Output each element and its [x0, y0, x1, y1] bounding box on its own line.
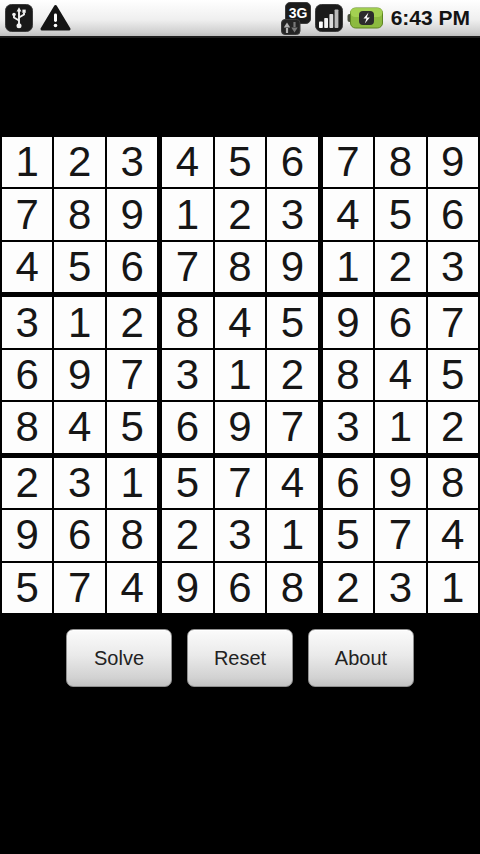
- status-bar: 3G 6:43 PM: [0, 0, 480, 38]
- sudoku-cell-r3c2[interactable]: 5: [54, 242, 104, 292]
- battery-charging-icon: [347, 7, 383, 29]
- sudoku-cell-r9c2[interactable]: 7: [54, 563, 104, 613]
- sudoku-cell-r4c4[interactable]: 8: [162, 297, 212, 347]
- clock: 6:43 PM: [391, 6, 470, 30]
- sudoku-cell-r1c7[interactable]: 7: [323, 137, 373, 187]
- signal-strength-icon: [315, 4, 343, 32]
- 3g-label: 3G: [288, 5, 307, 21]
- sudoku-cell-r6c5[interactable]: 9: [215, 402, 265, 452]
- button-row: Solve Reset About: [0, 629, 480, 687]
- sudoku-cell-r1c2[interactable]: 2: [54, 137, 104, 187]
- sudoku-cell-r9c1[interactable]: 5: [2, 563, 52, 613]
- sudoku-cell-r9c6[interactable]: 8: [267, 563, 317, 613]
- phone-screen: 3G 6:43 PM: [0, 0, 480, 854]
- sudoku-cell-r1c5[interactable]: 5: [215, 137, 265, 187]
- sudoku-cell-r6c9[interactable]: 2: [428, 402, 478, 452]
- sudoku-cell-r1c4[interactable]: 4: [162, 137, 212, 187]
- status-bar-system: 3G 6:43 PM: [281, 2, 475, 35]
- sudoku-cell-r4c2[interactable]: 1: [54, 297, 104, 347]
- sudoku-cell-r7c7[interactable]: 6: [323, 458, 373, 508]
- sudoku-cell-r2c7[interactable]: 4: [323, 189, 373, 239]
- sudoku-cell-r1c8[interactable]: 8: [375, 137, 425, 187]
- sudoku-cell-r2c1[interactable]: 7: [2, 189, 52, 239]
- sudoku-cell-r2c4[interactable]: 1: [162, 189, 212, 239]
- sudoku-cell-r8c6[interactable]: 1: [267, 510, 317, 560]
- sudoku-cell-r3c5[interactable]: 8: [215, 242, 265, 292]
- sudoku-cell-r5c5[interactable]: 1: [215, 350, 265, 400]
- sudoku-cell-r9c8[interactable]: 3: [375, 563, 425, 613]
- sudoku-cell-r8c5[interactable]: 3: [215, 510, 265, 560]
- sudoku-cell-r4c9[interactable]: 7: [428, 297, 478, 347]
- sudoku-cell-r5c2[interactable]: 9: [54, 350, 104, 400]
- sudoku-cell-r4c3[interactable]: 2: [107, 297, 157, 347]
- sudoku-cell-r7c5[interactable]: 7: [215, 458, 265, 508]
- sudoku-cell-r5c7[interactable]: 8: [323, 350, 373, 400]
- sudoku-cell-r9c7[interactable]: 2: [323, 563, 373, 613]
- sudoku-board: 123789456 456123789 789456123 312697845 …: [0, 135, 480, 615]
- sudoku-cell-r6c7[interactable]: 3: [323, 402, 373, 452]
- sudoku-cell-r9c4[interactable]: 9: [162, 563, 212, 613]
- status-bar-notifications: [5, 4, 71, 32]
- sudoku-cell-r7c1[interactable]: 2: [2, 458, 52, 508]
- sudoku-cell-r3c4[interactable]: 7: [162, 242, 212, 292]
- sudoku-box: 967845312: [323, 297, 478, 452]
- sudoku-cell-r6c8[interactable]: 1: [375, 402, 425, 452]
- sudoku-cell-r8c3[interactable]: 8: [107, 510, 157, 560]
- sudoku-cell-r2c3[interactable]: 9: [107, 189, 157, 239]
- sudoku-cell-r6c4[interactable]: 6: [162, 402, 212, 452]
- sudoku-cell-r6c3[interactable]: 5: [107, 402, 157, 452]
- sudoku-cell-r3c1[interactable]: 4: [2, 242, 52, 292]
- sudoku-cell-r8c4[interactable]: 2: [162, 510, 212, 560]
- sudoku-cell-r6c6[interactable]: 7: [267, 402, 317, 452]
- sudoku-cell-r2c9[interactable]: 6: [428, 189, 478, 239]
- about-button[interactable]: About: [308, 629, 414, 687]
- sudoku-cell-r4c5[interactable]: 4: [215, 297, 265, 347]
- sudoku-cell-r6c2[interactable]: 4: [54, 402, 104, 452]
- solve-button[interactable]: Solve: [66, 629, 172, 687]
- sudoku-cell-r4c6[interactable]: 5: [267, 297, 317, 347]
- sudoku-box: 231968574: [2, 458, 157, 613]
- sudoku-cell-r7c8[interactable]: 9: [375, 458, 425, 508]
- mobile-data-3g-icon: 3G: [281, 2, 311, 35]
- sudoku-cell-r8c2[interactable]: 6: [54, 510, 104, 560]
- sudoku-cell-r5c3[interactable]: 7: [107, 350, 157, 400]
- sudoku-box: 574231968: [162, 458, 317, 613]
- sudoku-cell-r7c6[interactable]: 4: [267, 458, 317, 508]
- sudoku-cell-r1c9[interactable]: 9: [428, 137, 478, 187]
- sudoku-cell-r4c1[interactable]: 3: [2, 297, 52, 347]
- sudoku-cell-r2c8[interactable]: 5: [375, 189, 425, 239]
- sudoku-cell-r7c2[interactable]: 3: [54, 458, 104, 508]
- sudoku-box: 698574231: [323, 458, 478, 613]
- usb-connected-icon: [5, 4, 33, 32]
- sudoku-cell-r3c3[interactable]: 6: [107, 242, 157, 292]
- warning-icon: [40, 4, 71, 32]
- sudoku-cell-r7c3[interactable]: 1: [107, 458, 157, 508]
- sudoku-box: 845312697: [162, 297, 317, 452]
- sudoku-cell-r7c4[interactable]: 5: [162, 458, 212, 508]
- sudoku-cell-r5c9[interactable]: 5: [428, 350, 478, 400]
- sudoku-cell-r3c9[interactable]: 3: [428, 242, 478, 292]
- sudoku-cell-r1c3[interactable]: 3: [107, 137, 157, 187]
- sudoku-cell-r8c9[interactable]: 4: [428, 510, 478, 560]
- sudoku-cell-r6c1[interactable]: 8: [2, 402, 52, 452]
- sudoku-cell-r3c6[interactable]: 9: [267, 242, 317, 292]
- sudoku-cell-r5c1[interactable]: 6: [2, 350, 52, 400]
- sudoku-cell-r5c8[interactable]: 4: [375, 350, 425, 400]
- sudoku-cell-r8c7[interactable]: 5: [323, 510, 373, 560]
- reset-button[interactable]: Reset: [187, 629, 293, 687]
- sudoku-cell-r8c8[interactable]: 7: [375, 510, 425, 560]
- sudoku-cell-r4c8[interactable]: 6: [375, 297, 425, 347]
- sudoku-cell-r3c7[interactable]: 1: [323, 242, 373, 292]
- sudoku-box: 123789456: [2, 137, 157, 292]
- sudoku-box: 789456123: [323, 137, 478, 292]
- sudoku-cell-r9c9[interactable]: 1: [428, 563, 478, 613]
- sudoku-box: 312697845: [2, 297, 157, 452]
- sudoku-box: 456123789: [162, 137, 317, 292]
- sudoku-cell-r2c2[interactable]: 8: [54, 189, 104, 239]
- sudoku-cell-r4c7[interactable]: 9: [323, 297, 373, 347]
- sudoku-cell-r5c6[interactable]: 2: [267, 350, 317, 400]
- board-top-spacer: [0, 38, 480, 135]
- sudoku-cell-r9c5[interactable]: 6: [215, 563, 265, 613]
- sudoku-cell-r9c3[interactable]: 4: [107, 563, 157, 613]
- sudoku-cell-r5c4[interactable]: 3: [162, 350, 212, 400]
- sudoku-cell-r8c1[interactable]: 9: [2, 510, 52, 560]
- sudoku-cell-r7c9[interactable]: 8: [428, 458, 478, 508]
- sudoku-cell-r2c5[interactable]: 2: [215, 189, 265, 239]
- sudoku-cell-r1c6[interactable]: 6: [267, 137, 317, 187]
- sudoku-cell-r3c8[interactable]: 2: [375, 242, 425, 292]
- sudoku-cell-r2c6[interactable]: 3: [267, 189, 317, 239]
- sudoku-cell-r1c1[interactable]: 1: [2, 137, 52, 187]
